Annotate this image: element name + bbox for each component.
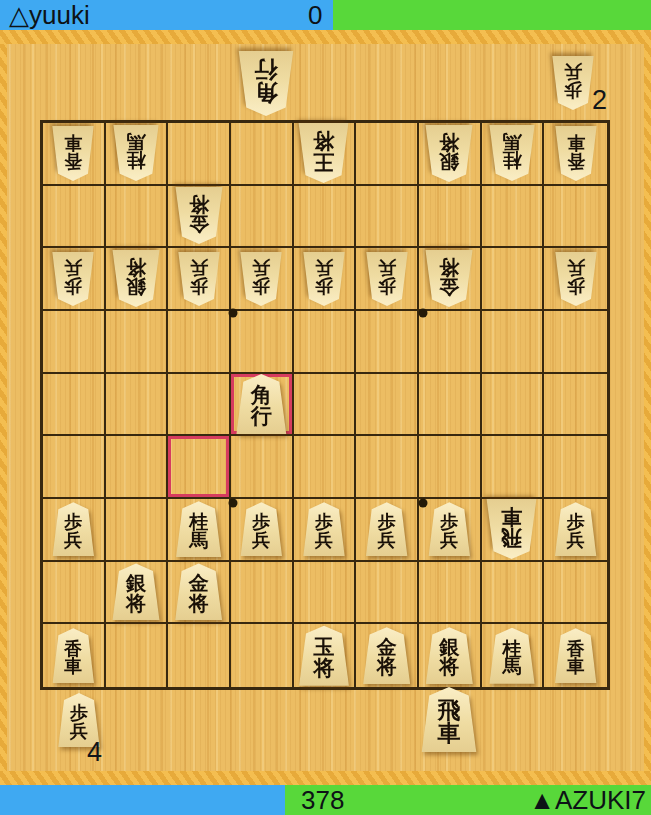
square-8g[interactable] (106, 499, 169, 562)
piece-kanji: 王 (313, 151, 334, 172)
sente-bar-blue-segment (0, 785, 285, 815)
gote-player-name: △yuuki (9, 0, 90, 30)
gote-piece-香車[interactable]: 香車 (554, 126, 598, 181)
square-4a[interactable] (356, 123, 419, 186)
piece-kanji: 将 (439, 257, 459, 277)
star-point (419, 309, 428, 318)
gote-piece-歩兵[interactable]: 歩兵 (239, 252, 283, 306)
square-9g[interactable]: 歩兵 (43, 499, 106, 562)
sente-piece-銀将[interactable]: 銀将 (111, 563, 161, 620)
square-6c[interactable]: 歩兵 (231, 248, 294, 311)
piece-kanji: 兵 (564, 64, 582, 82)
piece-kanji: 兵 (70, 722, 88, 740)
sente-piece-歩兵[interactable]: 歩兵 (239, 502, 283, 556)
sente-piece-角行[interactable]: 角行 (235, 374, 288, 434)
piece-kanji: 車 (567, 657, 585, 675)
piece-kanji: 香 (567, 152, 585, 170)
piece-kanji: 車 (438, 722, 461, 745)
square-8d[interactable] (106, 311, 169, 374)
square-7g[interactable]: 桂馬 (168, 499, 231, 562)
square-7a[interactable] (168, 123, 231, 186)
square-4i[interactable]: 金将 (356, 624, 419, 687)
square-9h[interactable] (43, 562, 106, 625)
piece-kanji: 将 (439, 657, 459, 677)
piece-kanji: 歩 (252, 277, 270, 295)
square-7e[interactable] (168, 374, 231, 437)
square-7c[interactable]: 歩兵 (168, 248, 231, 311)
sente-piece-飛車[interactable]: 飛車 (420, 687, 478, 752)
piece-kanji: 歩 (315, 277, 333, 295)
square-3b[interactable] (419, 186, 482, 249)
square-6f[interactable] (231, 436, 294, 499)
piece-kanji: 兵 (252, 259, 270, 277)
piece-kanji: 兵 (378, 259, 396, 277)
gote-hand-count-歩兵: 2 (592, 85, 607, 116)
square-2d[interactable] (482, 311, 545, 374)
piece-kanji: 将 (189, 594, 209, 614)
square-2h[interactable] (482, 562, 545, 625)
square-6b[interactable] (231, 186, 294, 249)
square-6a[interactable] (231, 123, 294, 186)
piece-kanji: 行 (255, 59, 278, 82)
piece-kanji: 行 (251, 406, 272, 427)
piece-kanji: 車 (64, 134, 82, 152)
piece-kanji: 兵 (64, 259, 82, 277)
square-2f[interactable] (482, 436, 545, 499)
square-5g[interactable]: 歩兵 (294, 499, 357, 562)
piece-kanji: 将 (313, 658, 334, 679)
piece-kanji: 金 (439, 277, 459, 297)
piece-kanji: 兵 (190, 259, 208, 277)
sente-piece-歩兵[interactable]: 歩兵 (302, 502, 346, 556)
square-1a[interactable]: 香車 (544, 123, 607, 186)
sente-piece-歩兵[interactable]: 歩兵 (554, 502, 598, 556)
square-6e[interactable]: 角行 (231, 374, 294, 437)
square-7b[interactable]: 金将 (168, 186, 231, 249)
square-4c[interactable]: 歩兵 (356, 248, 419, 311)
gote-piece-銀将[interactable]: 銀将 (424, 125, 474, 182)
square-2i[interactable]: 桂馬 (482, 624, 545, 687)
square-3a[interactable]: 銀将 (419, 123, 482, 186)
gote-piece-歩兵[interactable]: 歩兵 (365, 252, 409, 306)
gote-piece-王将[interactable]: 王将 (297, 123, 350, 183)
sente-timer: 378 (301, 785, 344, 815)
square-5c[interactable]: 歩兵 (294, 248, 357, 311)
square-5d[interactable] (294, 311, 357, 374)
square-8h[interactable]: 銀将 (106, 562, 169, 625)
gote-player-bar: △yuuki 0 (0, 0, 651, 30)
piece-kanji: 歩 (378, 277, 396, 295)
sente-piece-金将[interactable]: 金将 (362, 627, 412, 684)
gote-piece-歩兵[interactable]: 歩兵 (51, 252, 95, 306)
sente-piece-香車[interactable]: 香車 (554, 628, 598, 683)
sente-piece-歩兵[interactable]: 歩兵 (51, 502, 95, 556)
square-6g[interactable]: 歩兵 (231, 499, 294, 562)
square-8f[interactable] (106, 436, 169, 499)
sente-piece-玉将[interactable]: 玉将 (297, 626, 350, 686)
square-1e[interactable] (544, 374, 607, 437)
piece-kanji: 馬 (502, 657, 521, 676)
square-2e[interactable] (482, 374, 545, 437)
square-2a[interactable]: 桂馬 (482, 123, 545, 186)
square-9b[interactable] (43, 186, 106, 249)
piece-kanji: 兵 (567, 531, 585, 549)
square-7i[interactable] (168, 624, 231, 687)
square-9f[interactable] (43, 436, 106, 499)
gote-piece-金将[interactable]: 金将 (424, 250, 474, 307)
square-5b[interactable] (294, 186, 357, 249)
square-1g[interactable]: 歩兵 (544, 499, 607, 562)
piece-kanji: 車 (567, 134, 585, 152)
piece-kanji: 将 (189, 195, 209, 215)
piece-kanji: 香 (64, 152, 82, 170)
piece-kanji: 兵 (64, 531, 82, 549)
piece-kanji: 将 (126, 594, 146, 614)
piece-kanji: 金 (189, 214, 209, 234)
square-5i[interactable]: 玉将 (294, 624, 357, 687)
square-9i[interactable]: 香車 (43, 624, 106, 687)
piece-kanji: 歩 (70, 704, 88, 722)
board-edge-right (644, 44, 651, 771)
piece-kanji: 馬 (126, 133, 145, 152)
sente-player-name: ▲AZUKI7 (529, 785, 646, 815)
star-point (419, 499, 428, 508)
board-edge-top (0, 30, 651, 44)
piece-kanji: 歩 (64, 277, 82, 295)
piece-kanji: 将 (313, 131, 334, 152)
square-3h[interactable] (419, 562, 482, 625)
square-8e[interactable] (106, 374, 169, 437)
sente-piece-金将[interactable]: 金将 (174, 563, 224, 620)
gote-piece-銀将[interactable]: 銀将 (111, 250, 161, 307)
piece-kanji: 角 (255, 81, 278, 104)
square-2b[interactable] (482, 186, 545, 249)
square-1d[interactable] (544, 311, 607, 374)
piece-kanji: 将 (126, 257, 146, 277)
square-8a[interactable]: 桂馬 (106, 123, 169, 186)
gote-piece-桂馬[interactable]: 桂馬 (488, 125, 536, 181)
piece-kanji: 兵 (315, 531, 333, 549)
gote-piece-角行[interactable]: 角行 (237, 51, 295, 116)
piece-kanji: 兵 (567, 259, 585, 277)
gote-piece-歩兵[interactable]: 歩兵 (177, 252, 221, 306)
square-3g[interactable]: 歩兵 (419, 499, 482, 562)
piece-kanji: 歩 (567, 277, 585, 295)
square-4g[interactable]: 歩兵 (356, 499, 419, 562)
square-2g[interactable]: 飛車 (482, 499, 545, 562)
square-1b[interactable] (544, 186, 607, 249)
gote-piece-歩兵[interactable]: 歩兵 (302, 252, 346, 306)
square-5h[interactable] (294, 562, 357, 625)
gote-piece-飛車[interactable]: 飛車 (485, 499, 538, 559)
board-edge-left (0, 44, 7, 771)
piece-kanji: 兵 (440, 531, 458, 549)
square-8b[interactable] (106, 186, 169, 249)
square-6h[interactable] (231, 562, 294, 625)
square-9c[interactable]: 歩兵 (43, 248, 106, 311)
square-4h[interactable] (356, 562, 419, 625)
square-8c[interactable]: 銀将 (106, 248, 169, 311)
sente-player-bar: 378 ▲AZUKI7 (0, 785, 651, 815)
square-5f[interactable] (294, 436, 357, 499)
square-5a[interactable]: 王将 (294, 123, 357, 186)
piece-kanji: 兵 (252, 531, 270, 549)
shogi-board[interactable]: 香車桂馬王将銀将桂馬香車金将歩兵銀将歩兵歩兵歩兵歩兵金将歩兵角行歩兵桂馬歩兵歩兵… (40, 120, 610, 690)
square-1f[interactable] (544, 436, 607, 499)
sente-hand-count-歩兵: 4 (87, 737, 102, 768)
square-9d[interactable] (43, 311, 106, 374)
square-2c[interactable] (482, 248, 545, 311)
square-7h[interactable]: 金将 (168, 562, 231, 625)
square-3f[interactable] (419, 436, 482, 499)
piece-kanji: 銀 (126, 277, 146, 297)
sente-piece-桂馬[interactable]: 桂馬 (175, 501, 223, 557)
square-8i[interactable] (106, 624, 169, 687)
piece-kanji: 将 (377, 657, 397, 677)
star-point (229, 309, 238, 318)
square-7d[interactable] (168, 311, 231, 374)
piece-kanji: 兵 (378, 531, 396, 549)
square-6i[interactable] (231, 624, 294, 687)
sente-piece-香車[interactable]: 香車 (51, 628, 95, 683)
gote-piece-香車[interactable]: 香車 (51, 126, 95, 181)
board-edge-bottom (0, 771, 651, 785)
piece-kanji: 歩 (190, 277, 208, 295)
square-4e[interactable] (356, 374, 419, 437)
piece-kanji: 桂 (502, 152, 521, 171)
square-3c[interactable]: 金将 (419, 248, 482, 311)
gote-bar-green-segment (333, 0, 651, 30)
square-4b[interactable] (356, 186, 419, 249)
square-1h[interactable] (544, 562, 607, 625)
gote-timer: 0 (308, 0, 322, 30)
piece-kanji: 飛 (501, 527, 522, 548)
square-4f[interactable] (356, 436, 419, 499)
sente-piece-桂馬[interactable]: 桂馬 (488, 628, 536, 684)
square-7f[interactable] (168, 436, 231, 499)
square-5e[interactable] (294, 374, 357, 437)
square-9a[interactable]: 香車 (43, 123, 106, 186)
gote-piece-金将[interactable]: 金将 (174, 187, 224, 244)
piece-kanji: 車 (64, 657, 82, 675)
piece-kanji: 歩 (564, 81, 582, 99)
square-6d[interactable] (231, 311, 294, 374)
square-3d[interactable] (419, 311, 482, 374)
piece-kanji: 車 (501, 507, 522, 528)
sente-piece-銀将[interactable]: 銀将 (424, 627, 474, 684)
square-3i[interactable]: 銀将 (419, 624, 482, 687)
gote-piece-歩兵[interactable]: 歩兵 (551, 56, 595, 110)
piece-kanji: 将 (439, 132, 459, 152)
piece-kanji: 馬 (189, 531, 208, 550)
piece-kanji: 馬 (502, 133, 521, 152)
square-1c[interactable]: 歩兵 (544, 248, 607, 311)
square-4d[interactable] (356, 311, 419, 374)
sente-piece-歩兵[interactable]: 歩兵 (365, 502, 409, 556)
star-point (229, 499, 238, 508)
piece-kanji: 桂 (126, 152, 145, 171)
square-9e[interactable] (43, 374, 106, 437)
gote-piece-桂馬[interactable]: 桂馬 (112, 125, 160, 181)
square-3e[interactable] (419, 374, 482, 437)
gote-piece-歩兵[interactable]: 歩兵 (554, 252, 598, 306)
square-1i[interactable]: 香車 (544, 624, 607, 687)
sente-piece-歩兵[interactable]: 歩兵 (427, 502, 471, 556)
piece-kanji: 兵 (315, 259, 333, 277)
